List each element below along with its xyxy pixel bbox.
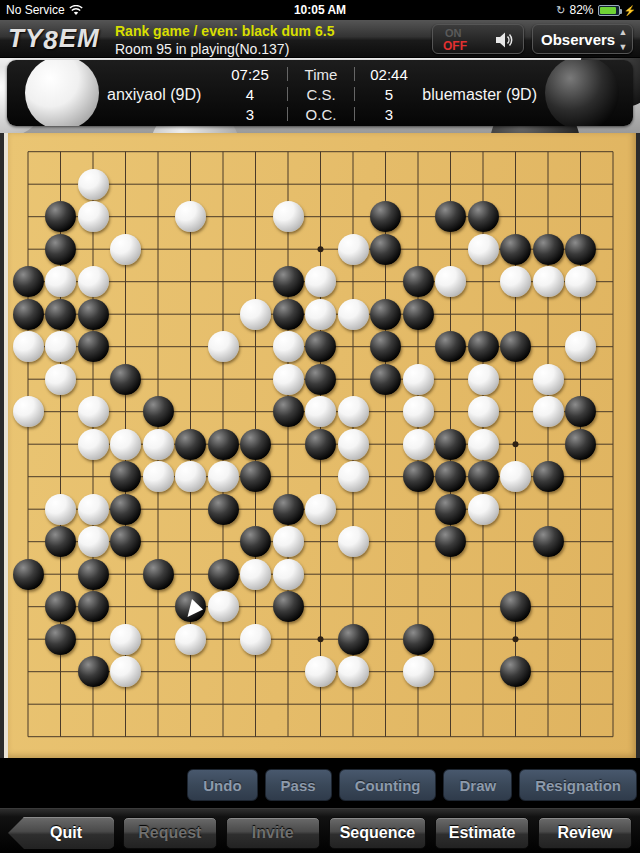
black-stone [500,656,531,687]
black-stone [403,461,434,492]
black-stone [110,526,141,557]
white-cs: 4 [219,86,281,103]
black-stone [78,591,109,622]
black-stone [338,624,369,655]
white-stone [78,266,109,297]
black-oc: 3 [361,106,417,123]
black-stone [435,429,466,460]
black-stone [435,526,466,557]
undo-button[interactable]: Undo [187,769,257,801]
white-stone [338,299,369,330]
white-stone [45,494,76,525]
white-stone [305,656,336,687]
arrow-down-icon[interactable]: ▼ [617,41,629,54]
black-stone [208,429,239,460]
white-stone [468,364,499,395]
arrow-up-icon[interactable]: ▲ [617,26,629,39]
white-stone [403,396,434,427]
black-stone [435,494,466,525]
bottom-button-row: QuitRequestInviteSequenceEstimateReview [8,817,632,849]
white-stone [45,266,76,297]
white-stone [175,624,206,655]
black-stone [533,234,564,265]
white-stone [273,331,304,362]
resignation-button[interactable]: Resignation [519,769,637,801]
room-status-text: Room 95 in playing(No.137) [115,41,334,57]
game-info: Rank game / even: black dum 6.5 Room 95 … [115,23,334,57]
player-strip-background: anxiyaol (9D) bluemaster (9D) 07:25 Time… [0,58,640,133]
black-stone [273,396,304,427]
last-move-marker [175,591,206,622]
black-stone [565,429,596,460]
white-stone [208,331,239,362]
star-point [318,246,324,252]
black-stone [45,299,76,330]
black-stone [305,364,336,395]
rotation-lock-icon: ↻ [556,4,565,17]
battery-group: ↻ 82% ⚡ [556,3,636,17]
status-bar: No Service 10:05 AM ↻ 82% ⚡ [0,0,640,20]
pass-button[interactable]: Pass [265,769,332,801]
speaker-icon [495,31,515,49]
black-stone [565,234,596,265]
request-button[interactable]: Request [123,817,217,849]
black-stone [13,299,44,330]
black-stone [403,266,434,297]
sequence-button[interactable]: Sequence [329,817,427,849]
white-stone [403,364,434,395]
white-stone [338,461,369,492]
white-player-stone-icon [25,60,99,126]
white-stone [45,364,76,395]
black-stone [110,494,141,525]
invite-button[interactable]: Invite [226,817,320,849]
white-stone [45,331,76,362]
white-stone [78,429,109,460]
white-stone [240,299,271,330]
white-stone [110,429,141,460]
review-button[interactable]: Review [538,817,632,849]
white-stone [338,526,369,557]
white-stone [305,494,336,525]
white-stone [500,461,531,492]
players-panel: anxiyaol (9D) bluemaster (9D) 07:25 Time… [7,60,633,126]
black-stone [403,624,434,655]
black-stone [273,494,304,525]
white-stone [403,429,434,460]
white-stone [533,266,564,297]
black-stone [208,494,239,525]
black-stone [13,266,44,297]
star-point [318,636,324,642]
white-stone [435,266,466,297]
black-stone [370,234,401,265]
battery-icon [598,5,620,16]
sound-on-label: ON [445,27,462,39]
observers-label: Observers [541,31,615,48]
black-stone [565,396,596,427]
sound-off-label: OFF [443,39,467,53]
black-stone [370,331,401,362]
white-oc: 3 [219,106,281,123]
black-time: 02:44 [361,66,417,83]
black-stone [110,461,141,492]
cs-row: 4 C.S. 5 [219,84,417,104]
white-stone [273,201,304,232]
sound-toggle-button[interactable]: ON OFF [432,24,524,54]
white-stone [175,461,206,492]
white-stone [208,461,239,492]
black-stone [13,559,44,590]
black-stone [370,201,401,232]
white-stone [305,299,336,330]
board-band [0,133,640,758]
white-stone [403,656,434,687]
black-stone [45,526,76,557]
oc-label: O.C. [294,106,348,123]
time-row: 07:25 Time 02:44 [219,64,417,84]
action-button-row: UndoPassCountingDrawResignation [0,769,637,803]
black-stone [240,526,271,557]
white-stone [110,656,141,687]
white-stone [110,624,141,655]
white-stone [305,396,336,427]
white-player-name: anxiyaol (9D) [107,86,201,104]
white-stone [78,169,109,200]
oc-row: 3 O.C. 3 [219,104,417,124]
black-stone [435,331,466,362]
black-stone [435,461,466,492]
black-stone [370,299,401,330]
black-stone [370,364,401,395]
black-stone [240,429,271,460]
white-stone [110,234,141,265]
white-stone [273,526,304,557]
white-stone [468,234,499,265]
black-stone [533,526,564,557]
star-point [513,636,519,642]
black-stone [78,331,109,362]
time-label: Time [294,66,348,83]
observers-button[interactable]: Observers ▲ ▼ [532,24,633,54]
app-screen: No Service 10:05 AM ↻ 82% ⚡ TY8EM Rank g… [0,0,640,853]
white-stone [143,429,174,460]
black-stone [273,299,304,330]
white-stone [273,559,304,590]
black-stone [435,201,466,232]
white-stone [338,429,369,460]
tygem-logo: TY8EM [8,23,100,54]
white-stone [13,396,44,427]
black-stone [45,201,76,232]
clocks: 07:25 Time 02:44 4 C.S. 5 3 O.C. 3 [219,64,417,124]
black-stone [273,591,304,622]
white-stone [565,331,596,362]
black-stone [468,201,499,232]
black-stone [500,331,531,362]
black-stone [143,396,174,427]
black-stone [273,266,304,297]
black-stone [500,591,531,622]
battery-percent: 82% [569,3,593,17]
star-point [513,441,519,447]
clock-time: 10:05 AM [0,3,640,17]
white-stone [78,201,109,232]
white-stone [338,234,369,265]
black-stone [175,429,206,460]
black-stone [403,299,434,330]
black-stone [78,656,109,687]
white-stone [240,624,271,655]
white-stone [468,429,499,460]
white-stone [78,494,109,525]
black-stone [45,591,76,622]
white-stone [13,331,44,362]
game-rule-text: Rank game / even: black dum 6.5 [115,23,334,39]
black-stone [305,331,336,362]
charging-bolt-icon: ⚡ [624,5,636,16]
white-stone [143,461,174,492]
black-stone [78,299,109,330]
black-stone [208,559,239,590]
white-stone [468,494,499,525]
observers-scroll-arrows[interactable]: ▲ ▼ [617,26,629,54]
white-stone [468,396,499,427]
white-stone [338,396,369,427]
quit-button[interactable]: Quit [8,817,114,849]
white-stone [78,526,109,557]
black-stone [143,559,174,590]
white-stone [533,396,564,427]
black-stone [175,591,206,622]
white-stone [240,559,271,590]
black-stone [533,461,564,492]
white-stone [338,656,369,687]
black-stone [110,364,141,395]
draw-button[interactable]: Draw [443,769,512,801]
black-stone [240,461,271,492]
black-stone [45,234,76,265]
bottom-toolbar: QuitRequestInviteSequenceEstimateReview [0,808,640,853]
black-player-stone-icon [545,60,619,126]
white-stone [175,201,206,232]
black-stone [468,331,499,362]
black-stone [500,234,531,265]
black-stone [78,559,109,590]
cs-label: C.S. [294,86,348,103]
header-bar: TY8EM Rank game / even: black dum 6.5 Ro… [0,20,640,58]
black-stone [305,429,336,460]
white-stone [533,364,564,395]
black-stone [45,624,76,655]
black-player-name: bluemaster (9D) [422,86,537,104]
black-cs: 5 [361,86,417,103]
black-stone [468,461,499,492]
white-time: 07:25 [219,66,281,83]
white-stone [208,591,239,622]
white-stone [565,266,596,297]
white-stone [500,266,531,297]
white-stone [305,266,336,297]
white-stone [273,364,304,395]
white-stone [78,396,109,427]
estimate-button[interactable]: Estimate [435,817,529,849]
go-board[interactable] [4,133,636,758]
counting-button[interactable]: Counting [339,769,437,801]
logo-stones-icon: 8 [43,25,58,56]
